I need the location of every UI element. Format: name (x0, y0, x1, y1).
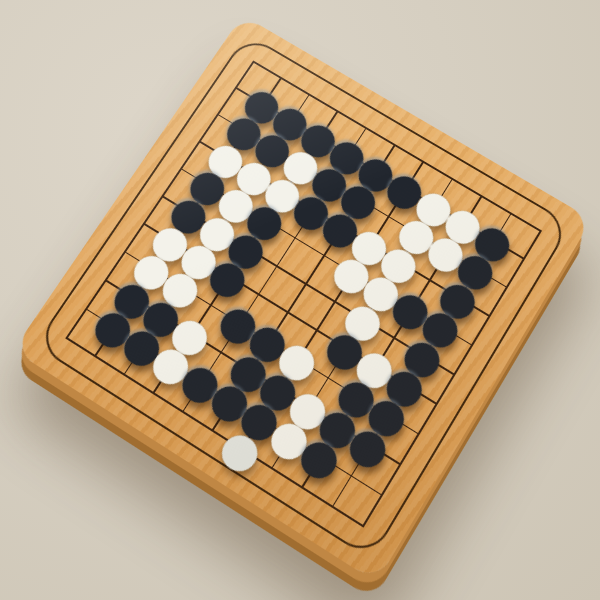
board-grid: ●●●●●●●●●●●●●●●●●●●●●●●●●●●●●●●●●●●●●●●●… (65, 60, 542, 527)
photo-backdrop: ●●●●●●●●●●●●●●●●●●●●●●●●●●●●●●●●●●●●●●●●… (0, 0, 600, 600)
go-board: ●●●●●●●●●●●●●●●●●●●●●●●●●●●●●●●●●●●●●●●●… (13, 15, 592, 583)
